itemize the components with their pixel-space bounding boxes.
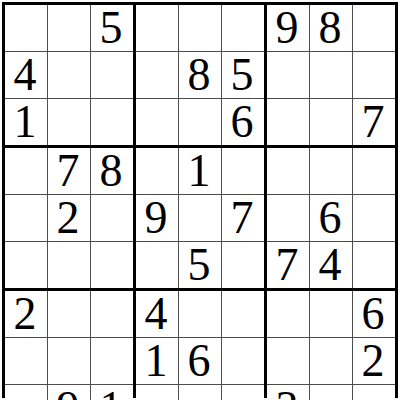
cell-r6c7[interactable]: 7 bbox=[267, 242, 309, 288]
cell-r3c5[interactable] bbox=[179, 99, 221, 145]
cell-r1c3[interactable]: 5 bbox=[91, 5, 133, 51]
cell-r9c7[interactable]: 3 bbox=[267, 385, 309, 400]
cell-r8c5[interactable]: 6 bbox=[179, 338, 221, 384]
cell-r5c2[interactable]: 2 bbox=[48, 195, 90, 241]
cell-r8c7[interactable] bbox=[267, 338, 309, 384]
cell-r1c9[interactable] bbox=[353, 5, 395, 51]
cell-r4c5[interactable]: 1 bbox=[179, 148, 221, 194]
cell-r2c6[interactable]: 5 bbox=[222, 52, 264, 98]
cell-r7c9[interactable]: 6 bbox=[353, 291, 395, 337]
cell-r8c8[interactable] bbox=[310, 338, 352, 384]
cell-r4c1[interactable] bbox=[5, 148, 47, 194]
cell-r1c5[interactable] bbox=[179, 5, 221, 51]
cell-r8c2[interactable] bbox=[48, 338, 90, 384]
block-r3c1: 291 bbox=[5, 291, 133, 400]
cell-r4c4[interactable] bbox=[136, 148, 178, 194]
block-r2c1: 782 bbox=[5, 148, 133, 288]
cell-r2c8[interactable] bbox=[310, 52, 352, 98]
cell-r3c7[interactable] bbox=[267, 99, 309, 145]
cell-r5c4[interactable]: 9 bbox=[136, 195, 178, 241]
cell-r1c6[interactable] bbox=[222, 5, 264, 51]
cell-r9c8[interactable] bbox=[310, 385, 352, 400]
cell-r4c7[interactable] bbox=[267, 148, 309, 194]
cell-r1c1[interactable] bbox=[5, 5, 47, 51]
cell-r6c8[interactable]: 4 bbox=[310, 242, 352, 288]
cell-r2c2[interactable] bbox=[48, 52, 90, 98]
cell-r6c2[interactable] bbox=[48, 242, 90, 288]
cell-r2c3[interactable] bbox=[91, 52, 133, 98]
block-r2c2: 1975 bbox=[136, 148, 264, 288]
cell-r8c3[interactable] bbox=[91, 338, 133, 384]
cell-r9c4[interactable] bbox=[136, 385, 178, 400]
cell-r6c9[interactable] bbox=[353, 242, 395, 288]
cell-r8c1[interactable] bbox=[5, 338, 47, 384]
cell-r7c6[interactable] bbox=[222, 291, 264, 337]
cell-r6c1[interactable] bbox=[5, 242, 47, 288]
cell-r3c8[interactable] bbox=[310, 99, 352, 145]
block-r2c3: 674 bbox=[267, 148, 395, 288]
cell-r9c3[interactable]: 1 bbox=[91, 385, 133, 400]
cell-r6c5[interactable]: 5 bbox=[179, 242, 221, 288]
cell-r4c3[interactable]: 8 bbox=[91, 148, 133, 194]
cell-r2c1[interactable]: 4 bbox=[5, 52, 47, 98]
cell-r9c2[interactable]: 9 bbox=[48, 385, 90, 400]
cell-r9c9[interactable] bbox=[353, 385, 395, 400]
cell-r7c5[interactable] bbox=[179, 291, 221, 337]
cell-r4c9[interactable] bbox=[353, 148, 395, 194]
cell-r5c6[interactable]: 7 bbox=[222, 195, 264, 241]
sudoku-board: 5418569877821975674291416623 bbox=[2, 2, 398, 398]
cell-r6c4[interactable] bbox=[136, 242, 178, 288]
cell-r2c9[interactable] bbox=[353, 52, 395, 98]
cell-r3c3[interactable] bbox=[91, 99, 133, 145]
block-r3c3: 623 bbox=[267, 291, 395, 400]
cell-r3c4[interactable] bbox=[136, 99, 178, 145]
block-r1c3: 987 bbox=[267, 5, 395, 145]
cell-r7c8[interactable] bbox=[310, 291, 352, 337]
cell-r5c1[interactable] bbox=[5, 195, 47, 241]
cell-r7c7[interactable] bbox=[267, 291, 309, 337]
cell-r1c2[interactable] bbox=[48, 5, 90, 51]
block-r1c1: 541 bbox=[5, 5, 133, 145]
cell-r1c4[interactable] bbox=[136, 5, 178, 51]
page-background: 5418569877821975674291416623 bbox=[0, 0, 400, 400]
cell-r4c2[interactable]: 7 bbox=[48, 148, 90, 194]
cell-r9c1[interactable] bbox=[5, 385, 47, 400]
cell-r7c3[interactable] bbox=[91, 291, 133, 337]
cell-r8c9[interactable]: 2 bbox=[353, 338, 395, 384]
cell-r2c5[interactable]: 8 bbox=[179, 52, 221, 98]
cell-r8c6[interactable] bbox=[222, 338, 264, 384]
cell-r2c4[interactable] bbox=[136, 52, 178, 98]
block-r1c2: 856 bbox=[136, 5, 264, 145]
cell-r7c1[interactable]: 2 bbox=[5, 291, 47, 337]
cell-r9c5[interactable] bbox=[179, 385, 221, 400]
cell-r6c6[interactable] bbox=[222, 242, 264, 288]
cell-r4c8[interactable] bbox=[310, 148, 352, 194]
cell-r3c6[interactable]: 6 bbox=[222, 99, 264, 145]
cell-r5c7[interactable] bbox=[267, 195, 309, 241]
cell-r1c8[interactable]: 8 bbox=[310, 5, 352, 51]
cell-r5c3[interactable] bbox=[91, 195, 133, 241]
cell-r7c2[interactable] bbox=[48, 291, 90, 337]
cell-r3c1[interactable]: 1 bbox=[5, 99, 47, 145]
cell-r7c4[interactable]: 4 bbox=[136, 291, 178, 337]
cell-r4c6[interactable] bbox=[222, 148, 264, 194]
cell-r3c9[interactable]: 7 bbox=[353, 99, 395, 145]
block-r3c2: 416 bbox=[136, 291, 264, 400]
cell-r5c5[interactable] bbox=[179, 195, 221, 241]
cell-r5c8[interactable]: 6 bbox=[310, 195, 352, 241]
cell-r9c6[interactable] bbox=[222, 385, 264, 400]
cell-r3c2[interactable] bbox=[48, 99, 90, 145]
cell-r8c4[interactable]: 1 bbox=[136, 338, 178, 384]
cell-r5c9[interactable] bbox=[353, 195, 395, 241]
cell-r1c7[interactable]: 9 bbox=[267, 5, 309, 51]
cell-r6c3[interactable] bbox=[91, 242, 133, 288]
cell-r2c7[interactable] bbox=[267, 52, 309, 98]
